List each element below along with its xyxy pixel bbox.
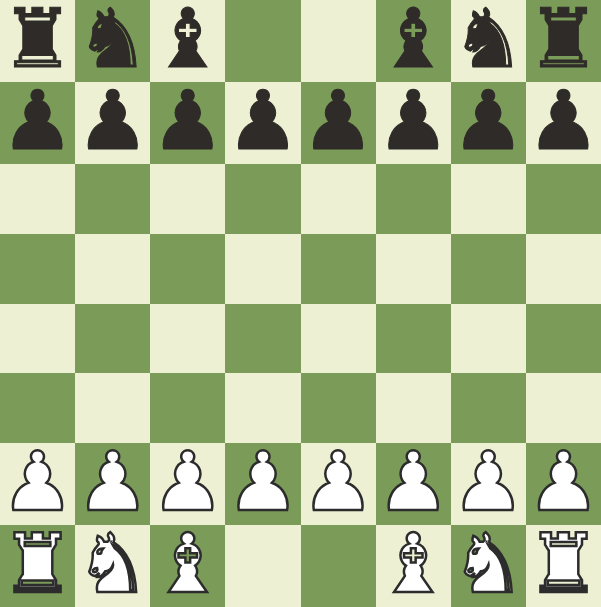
piece-white-bishop[interactable]: ♝ xyxy=(376,523,450,605)
square-b4[interactable] xyxy=(75,304,150,374)
square-h1[interactable]: ♜ xyxy=(526,525,601,607)
square-a8[interactable]: ♜ xyxy=(0,0,75,82)
square-b7[interactable]: ♟ xyxy=(75,82,150,164)
piece-white-pawn[interactable]: ♟ xyxy=(301,441,375,523)
square-d7[interactable]: ♟ xyxy=(225,82,300,164)
piece-black-pawn[interactable]: ♟ xyxy=(452,80,526,162)
piece-black-rook[interactable]: ♜ xyxy=(527,0,601,80)
square-c4[interactable] xyxy=(150,304,225,374)
piece-white-rook[interactable]: ♜ xyxy=(527,523,601,605)
square-h5[interactable] xyxy=(526,234,601,304)
piece-black-pawn[interactable]: ♟ xyxy=(301,80,375,162)
square-d4[interactable] xyxy=(225,304,300,374)
square-d5[interactable] xyxy=(225,234,300,304)
square-e7[interactable]: ♟ xyxy=(301,82,376,164)
square-f8[interactable]: ♝ xyxy=(376,0,451,82)
square-h6[interactable] xyxy=(526,164,601,234)
piece-black-rook[interactable]: ♜ xyxy=(1,0,75,80)
square-e5[interactable] xyxy=(301,234,376,304)
piece-white-rook[interactable]: ♜ xyxy=(1,523,75,605)
square-d2[interactable]: ♟ xyxy=(225,443,300,525)
square-f7[interactable]: ♟ xyxy=(376,82,451,164)
square-f6[interactable] xyxy=(376,164,451,234)
square-g6[interactable] xyxy=(451,164,526,234)
square-e8[interactable] xyxy=(301,0,376,82)
square-g4[interactable] xyxy=(451,304,526,374)
square-d3[interactable] xyxy=(225,373,300,443)
piece-black-pawn[interactable]: ♟ xyxy=(376,80,450,162)
piece-white-knight[interactable]: ♞ xyxy=(452,523,526,605)
square-b5[interactable] xyxy=(75,234,150,304)
square-g3[interactable] xyxy=(451,373,526,443)
piece-black-pawn[interactable]: ♟ xyxy=(527,80,601,162)
square-b1[interactable]: ♞ xyxy=(75,525,150,607)
square-f5[interactable] xyxy=(376,234,451,304)
square-f1[interactable]: ♝ xyxy=(376,525,451,607)
square-b8[interactable]: ♞ xyxy=(75,0,150,82)
square-a7[interactable]: ♟ xyxy=(0,82,75,164)
square-h3[interactable] xyxy=(526,373,601,443)
square-a3[interactable] xyxy=(0,373,75,443)
square-h8[interactable]: ♜ xyxy=(526,0,601,82)
square-g2[interactable]: ♟ xyxy=(451,443,526,525)
square-a6[interactable] xyxy=(0,164,75,234)
square-e4[interactable] xyxy=(301,304,376,374)
square-f2[interactable]: ♟ xyxy=(376,443,451,525)
square-f3[interactable] xyxy=(376,373,451,443)
piece-black-knight[interactable]: ♞ xyxy=(452,0,526,80)
piece-white-pawn[interactable]: ♟ xyxy=(226,441,300,523)
square-c6[interactable] xyxy=(150,164,225,234)
square-a1[interactable]: ♜ xyxy=(0,525,75,607)
square-f4[interactable] xyxy=(376,304,451,374)
square-a5[interactable] xyxy=(0,234,75,304)
piece-white-pawn[interactable]: ♟ xyxy=(151,441,225,523)
square-c3[interactable] xyxy=(150,373,225,443)
square-a2[interactable]: ♟ xyxy=(0,443,75,525)
piece-black-pawn[interactable]: ♟ xyxy=(151,80,225,162)
square-c1[interactable]: ♝ xyxy=(150,525,225,607)
piece-white-pawn[interactable]: ♟ xyxy=(76,441,150,523)
square-g8[interactable]: ♞ xyxy=(451,0,526,82)
square-b6[interactable] xyxy=(75,164,150,234)
square-c2[interactable]: ♟ xyxy=(150,443,225,525)
piece-white-knight[interactable]: ♞ xyxy=(76,523,150,605)
square-c8[interactable]: ♝ xyxy=(150,0,225,82)
square-d8[interactable] xyxy=(225,0,300,82)
piece-white-pawn[interactable]: ♟ xyxy=(1,441,75,523)
square-h2[interactable]: ♟ xyxy=(526,443,601,525)
piece-white-pawn[interactable]: ♟ xyxy=(376,441,450,523)
square-d1[interactable] xyxy=(225,525,300,607)
piece-black-pawn[interactable]: ♟ xyxy=(1,80,75,162)
square-g7[interactable]: ♟ xyxy=(451,82,526,164)
square-h7[interactable]: ♟ xyxy=(526,82,601,164)
square-g1[interactable]: ♞ xyxy=(451,525,526,607)
square-g5[interactable] xyxy=(451,234,526,304)
square-c7[interactable]: ♟ xyxy=(150,82,225,164)
square-d6[interactable] xyxy=(225,164,300,234)
piece-white-pawn[interactable]: ♟ xyxy=(527,441,601,523)
piece-white-pawn[interactable]: ♟ xyxy=(452,441,526,523)
piece-black-bishop[interactable]: ♝ xyxy=(376,0,450,80)
square-c5[interactable] xyxy=(150,234,225,304)
square-b2[interactable]: ♟ xyxy=(75,443,150,525)
square-e6[interactable] xyxy=(301,164,376,234)
chess-board: ♜♞♝♝♞♜♟♟♟♟♟♟♟♟♟♟♟♟♟♟♟♟♜♞♝♝♞♜ xyxy=(0,0,601,607)
square-e1[interactable] xyxy=(301,525,376,607)
piece-black-pawn[interactable]: ♟ xyxy=(226,80,300,162)
piece-black-pawn[interactable]: ♟ xyxy=(76,80,150,162)
square-b3[interactable] xyxy=(75,373,150,443)
piece-black-bishop[interactable]: ♝ xyxy=(151,0,225,80)
piece-black-knight[interactable]: ♞ xyxy=(76,0,150,80)
piece-white-bishop[interactable]: ♝ xyxy=(151,523,225,605)
square-e2[interactable]: ♟ xyxy=(301,443,376,525)
square-a4[interactable] xyxy=(0,304,75,374)
square-h4[interactable] xyxy=(526,304,601,374)
square-e3[interactable] xyxy=(301,373,376,443)
